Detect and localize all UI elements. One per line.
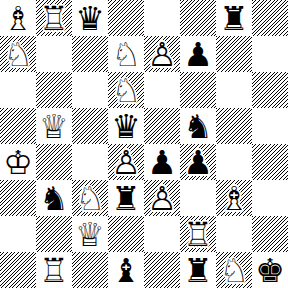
piece-wQ: ♕ [72,216,108,252]
square-f5[interactable]: ♞♞ [180,108,216,144]
piece-wK: ♔ [0,144,36,180]
piece-wP: ♙ [144,180,180,216]
piece-wB: ♗ [216,180,252,216]
square-h6[interactable] [252,72,288,108]
square-e7[interactable]: ♟♙ [144,36,180,72]
square-g3[interactable]: ♝♗ [216,180,252,216]
square-a7[interactable]: ♞♘ [0,36,36,72]
piece-wN: ♘ [108,72,144,108]
square-e5[interactable] [144,108,180,144]
square-c7[interactable] [72,36,108,72]
square-g6[interactable] [216,72,252,108]
square-f6[interactable] [180,72,216,108]
square-d3[interactable]: ♜♜ [108,180,144,216]
square-c2[interactable]: ♛♕ [72,216,108,252]
square-h3[interactable] [252,180,288,216]
square-e4[interactable]: ♟♟ [144,144,180,180]
square-g1[interactable]: ♞♘ [216,252,252,288]
square-e8[interactable] [144,0,180,36]
square-c1[interactable] [72,252,108,288]
square-d6[interactable]: ♞♘ [108,72,144,108]
square-f8[interactable] [180,0,216,36]
piece-wN: ♘ [0,36,36,72]
square-d2[interactable] [108,216,144,252]
piece-wB: ♗ [0,0,36,36]
square-a5[interactable] [0,108,36,144]
piece-bP: ♟ [180,144,216,180]
piece-wQ: ♕ [36,108,72,144]
square-b1[interactable]: ♜♖ [36,252,72,288]
square-h4[interactable] [252,144,288,180]
square-h1[interactable]: ♚♚ [252,252,288,288]
square-h8[interactable] [252,0,288,36]
piece-bN: ♞ [180,108,216,144]
square-e3[interactable]: ♟♙ [144,180,180,216]
square-b3[interactable]: ♞♞ [36,180,72,216]
square-h5[interactable] [252,108,288,144]
square-h7[interactable] [252,36,288,72]
square-d7[interactable]: ♞♘ [108,36,144,72]
square-c4[interactable] [72,144,108,180]
square-a2[interactable] [0,216,36,252]
square-a3[interactable] [0,180,36,216]
piece-wR: ♖ [36,0,72,36]
square-b8[interactable]: ♜♖ [36,0,72,36]
square-a4[interactable]: ♚♔ [0,144,36,180]
piece-bR: ♜ [108,180,144,216]
square-b7[interactable] [36,36,72,72]
square-b2[interactable] [36,216,72,252]
square-f3[interactable] [180,180,216,216]
square-c6[interactable] [72,72,108,108]
piece-wN: ♘ [72,180,108,216]
piece-bN: ♞ [36,180,72,216]
square-g7[interactable] [216,36,252,72]
piece-bQ: ♛ [108,108,144,144]
square-a1[interactable] [0,252,36,288]
square-f4[interactable]: ♟♟ [180,144,216,180]
piece-wR: ♖ [180,216,216,252]
square-e1[interactable] [144,252,180,288]
piece-bR: ♜ [180,252,216,288]
square-a8[interactable]: ♝♗ [0,0,36,36]
square-e6[interactable] [144,72,180,108]
square-g2[interactable] [216,216,252,252]
piece-bR: ♜ [216,0,252,36]
square-b6[interactable] [36,72,72,108]
square-e2[interactable] [144,216,180,252]
piece-bQ: ♛ [72,0,108,36]
square-g4[interactable] [216,144,252,180]
square-d1[interactable]: ♝♝ [108,252,144,288]
piece-wP: ♙ [108,144,144,180]
piece-bK: ♚ [252,252,288,288]
square-c5[interactable] [72,108,108,144]
chess-board: ♝♗♜♖♛♛♜♜♞♘♞♘♟♙♟♟♞♘♛♕♛♛♞♞♚♔♟♙♟♟♟♟♞♞♞♘♜♜♟♙… [0,0,288,288]
square-a6[interactable] [0,72,36,108]
square-g8[interactable]: ♜♜ [216,0,252,36]
square-d8[interactable] [108,0,144,36]
square-f7[interactable]: ♟♟ [180,36,216,72]
piece-bP: ♟ [180,36,216,72]
piece-wN: ♘ [216,252,252,288]
piece-wP: ♙ [144,36,180,72]
piece-bP: ♟ [144,144,180,180]
square-g5[interactable] [216,108,252,144]
square-h2[interactable] [252,216,288,252]
square-c8[interactable]: ♛♛ [72,0,108,36]
piece-wR: ♖ [36,252,72,288]
square-f2[interactable]: ♜♖ [180,216,216,252]
square-d4[interactable]: ♟♙ [108,144,144,180]
square-f1[interactable]: ♜♜ [180,252,216,288]
square-b5[interactable]: ♛♕ [36,108,72,144]
piece-wN: ♘ [108,36,144,72]
square-b4[interactable] [36,144,72,180]
square-c3[interactable]: ♞♘ [72,180,108,216]
square-d5[interactable]: ♛♛ [108,108,144,144]
piece-bB: ♝ [108,252,144,288]
